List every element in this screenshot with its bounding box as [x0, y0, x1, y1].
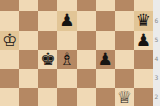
square-f5[interactable] [96, 31, 115, 50]
square-d3[interactable] [57, 69, 76, 88]
square-e7[interactable] [77, 0, 96, 11]
square-c4[interactable]: ♚ [38, 50, 57, 69]
square-b5[interactable] [19, 31, 38, 50]
square-f7[interactable] [96, 0, 115, 11]
rank-label-3: 3 [153, 75, 160, 81]
square-f6[interactable] [96, 11, 115, 30]
square-b7[interactable] [19, 0, 38, 11]
square-h2[interactable] [134, 88, 153, 106]
rank-coordinate-gutter: 65432 [153, 0, 160, 106]
square-c7[interactable] [38, 0, 57, 11]
square-e4[interactable] [77, 50, 96, 69]
square-c3[interactable] [38, 69, 57, 88]
square-a6[interactable] [0, 11, 19, 30]
piece-black-queen-h6[interactable]: ♛ [136, 11, 151, 30]
square-b4[interactable] [19, 50, 38, 69]
rank-label-6: 6 [153, 18, 160, 24]
square-g2[interactable]: ♕ [115, 88, 134, 106]
square-f3[interactable] [96, 69, 115, 88]
square-d2[interactable] [57, 88, 76, 106]
square-a2[interactable] [0, 88, 19, 106]
square-g3[interactable] [115, 69, 134, 88]
chess-board-viewport: ♟♛♔♟♚♗♟♕ 65432 [0, 0, 160, 106]
piece-white-bishop-d4[interactable]: ♗ [59, 49, 74, 68]
square-c5[interactable] [38, 31, 57, 50]
rank-label-4: 4 [153, 56, 160, 62]
square-g4[interactable] [115, 50, 134, 69]
square-h6[interactable]: ♛ [134, 11, 153, 30]
square-e2[interactable] [77, 88, 96, 106]
square-d6[interactable]: ♟ [57, 11, 76, 30]
square-d5[interactable] [57, 31, 76, 50]
square-h5[interactable]: ♟ [134, 31, 153, 50]
piece-black-pawn-f4[interactable]: ♟ [98, 49, 113, 68]
square-g7[interactable] [115, 0, 134, 11]
square-a5[interactable]: ♔ [0, 31, 19, 50]
square-b6[interactable] [19, 11, 38, 30]
square-g6[interactable] [115, 11, 134, 30]
square-a7[interactable] [0, 0, 19, 11]
square-a3[interactable] [0, 69, 19, 88]
square-d4[interactable]: ♗ [57, 50, 76, 69]
rank-label-2: 2 [153, 94, 160, 100]
square-f2[interactable] [96, 88, 115, 106]
square-h4[interactable] [134, 50, 153, 69]
chess-board: ♟♛♔♟♚♗♟♕ [0, 0, 153, 106]
piece-white-king-a5[interactable]: ♔ [2, 30, 17, 49]
square-c2[interactable] [38, 88, 57, 106]
square-g5[interactable] [115, 31, 134, 50]
square-e6[interactable] [77, 11, 96, 30]
piece-white-queen-g2[interactable]: ♕ [117, 87, 132, 106]
square-e5[interactable] [77, 31, 96, 50]
square-e3[interactable] [77, 69, 96, 88]
piece-black-pawn-h5[interactable]: ♟ [136, 30, 151, 49]
square-c6[interactable] [38, 11, 57, 30]
square-f4[interactable]: ♟ [96, 50, 115, 69]
square-h3[interactable] [134, 69, 153, 88]
square-b2[interactable] [19, 88, 38, 106]
square-a4[interactable] [0, 50, 19, 69]
square-b3[interactable] [19, 69, 38, 88]
rank-label-5: 5 [153, 37, 160, 43]
piece-black-king-c4[interactable]: ♚ [40, 49, 55, 68]
piece-black-pawn-d6[interactable]: ♟ [59, 11, 74, 30]
